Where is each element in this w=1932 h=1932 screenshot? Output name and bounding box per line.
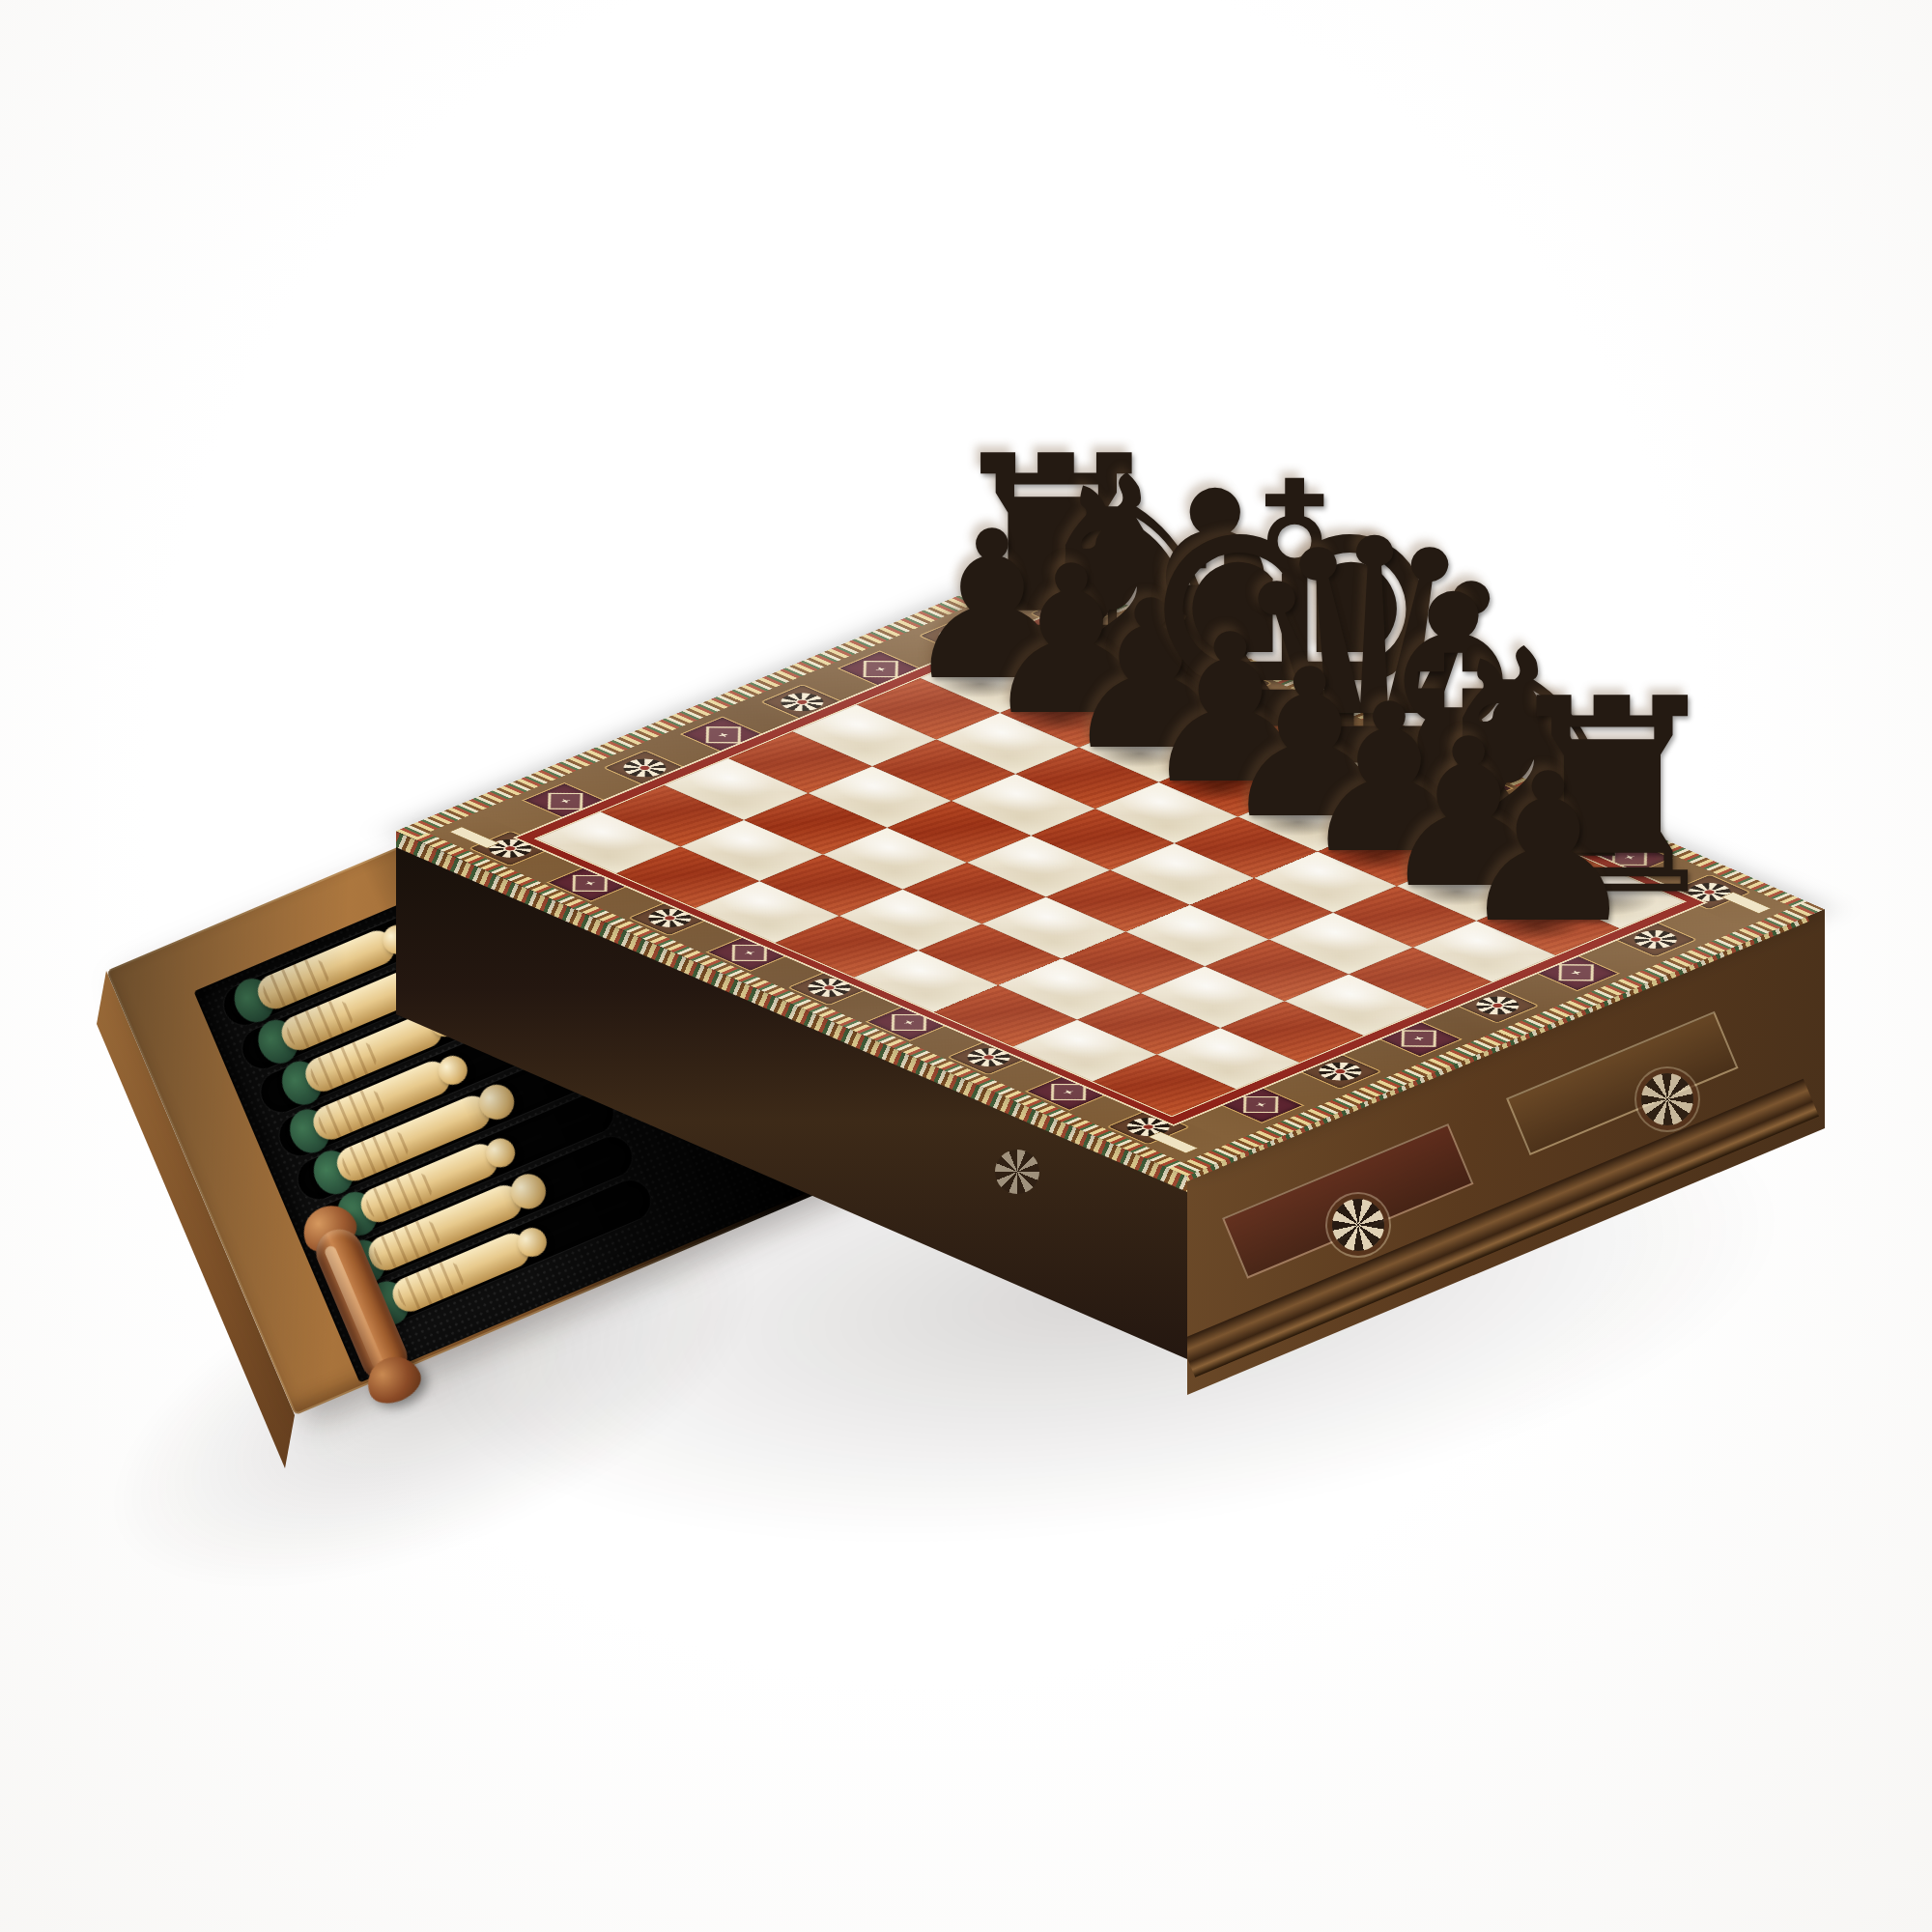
- star-medallion-icon: [1332, 1199, 1384, 1251]
- photo-stage: ♜♞♝♛♚♝♞♜♟♟♟♟♟♟♟♟: [0, 0, 1932, 1932]
- star-medallion-icon: [1641, 1073, 1693, 1125]
- star-medallion-icon: [995, 1150, 1039, 1194]
